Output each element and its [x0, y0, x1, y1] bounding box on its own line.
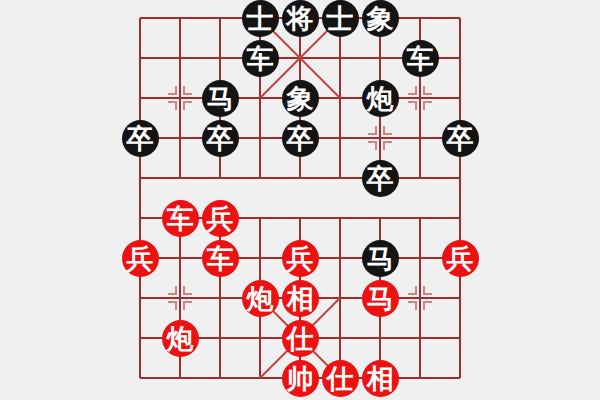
- piece-black-horse[interactable]: 马: [362, 240, 399, 277]
- xiangqi-app: 士将士象车车马象炮卒卒卒卒卒马车兵兵车兵兵炮相马炮仕帅仕相: [0, 0, 600, 400]
- piece-black-advisor[interactable]: 士: [242, 0, 279, 37]
- piece-red-advisor[interactable]: 仕: [282, 320, 319, 357]
- piece-black-cannon[interactable]: 炮: [362, 80, 399, 117]
- piece-red-elephant[interactable]: 相: [282, 280, 319, 317]
- piece-black-soldier[interactable]: 卒: [202, 120, 239, 157]
- piece-black-elephant[interactable]: 象: [282, 80, 319, 117]
- piece-black-general[interactable]: 将: [282, 0, 319, 37]
- piece-red-soldier[interactable]: 兵: [442, 240, 479, 277]
- piece-black-chariot[interactable]: 车: [242, 40, 279, 77]
- piece-red-advisor[interactable]: 仕: [322, 360, 359, 397]
- piece-black-chariot[interactable]: 车: [402, 40, 439, 77]
- piece-black-soldier[interactable]: 卒: [122, 120, 159, 157]
- piece-red-elephant[interactable]: 相: [362, 360, 399, 397]
- piece-red-general[interactable]: 帅: [282, 360, 319, 397]
- piece-black-soldier[interactable]: 卒: [282, 120, 319, 157]
- piece-red-chariot[interactable]: 车: [162, 200, 199, 237]
- piece-red-horse[interactable]: 马: [362, 280, 399, 317]
- piece-red-soldier[interactable]: 兵: [122, 240, 159, 277]
- piece-red-chariot[interactable]: 车: [202, 240, 239, 277]
- piece-black-soldier[interactable]: 卒: [442, 120, 479, 157]
- piece-black-soldier[interactable]: 卒: [362, 160, 399, 197]
- piece-black-horse[interactable]: 马: [202, 80, 239, 117]
- piece-red-cannon[interactable]: 炮: [242, 280, 279, 317]
- piece-red-soldier[interactable]: 兵: [202, 200, 239, 237]
- piece-red-soldier[interactable]: 兵: [282, 240, 319, 277]
- xiangqi-board[interactable]: 士将士象车车马象炮卒卒卒卒卒马车兵兵车兵兵炮相马炮仕帅仕相: [120, 0, 480, 398]
- piece-red-cannon[interactable]: 炮: [162, 320, 199, 357]
- piece-black-elephant[interactable]: 象: [362, 0, 399, 37]
- piece-black-advisor[interactable]: 士: [322, 0, 359, 37]
